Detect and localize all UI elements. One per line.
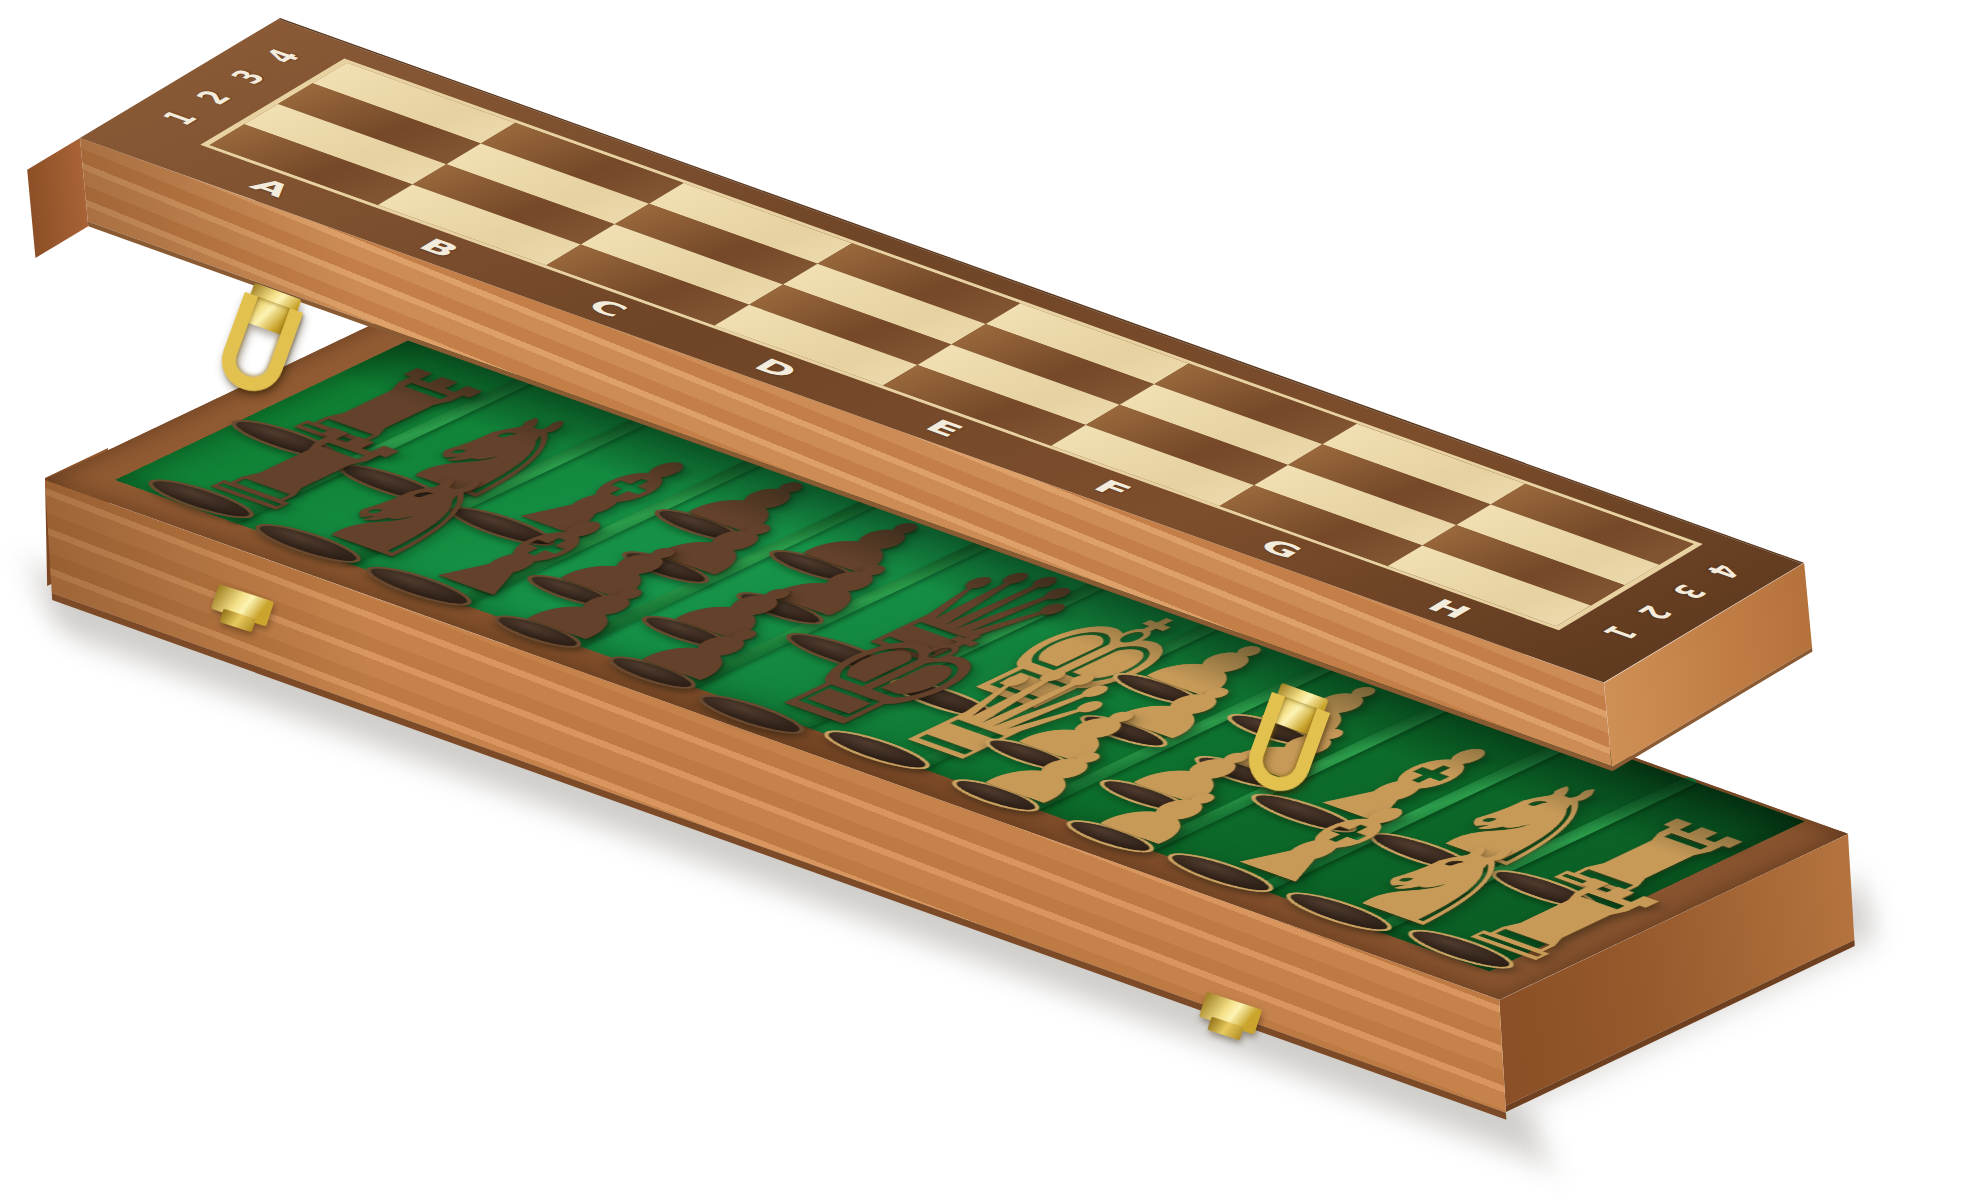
lid-left-edge xyxy=(27,138,88,258)
chess-case-photo: ♜♜♞♞♝♝♟♟♟♟♟♟♟♟♛♚♚♛♟♟♟♟♟♟♟♟♝♝♞♞♜♜ ABCDEFG… xyxy=(0,0,1982,1200)
